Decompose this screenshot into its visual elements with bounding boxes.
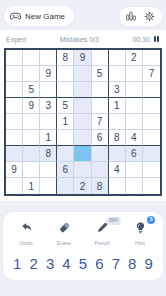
cell-r2c2[interactable] [23, 66, 40, 82]
numpad: 123456789 [7, 255, 159, 273]
numpad-4[interactable]: 4 [60, 255, 74, 273]
cell-r2c5[interactable] [74, 66, 91, 82]
hint-count-badge: 3 [147, 216, 155, 224]
cell-r7c3[interactable]: 8 [40, 146, 57, 162]
cell-r6c1[interactable] [6, 130, 23, 146]
cell-r3c9[interactable] [143, 82, 160, 98]
cell-r9c2[interactable]: 1 [23, 178, 40, 194]
cell-r4c3[interactable]: 3 [40, 98, 57, 114]
sudoku-board: 89295753935117168486964128 [4, 48, 162, 196]
lightbulb-icon [134, 220, 147, 238]
cell-r9c5[interactable]: 2 [74, 178, 91, 194]
gear-icon [144, 11, 155, 22]
cell-r9c7[interactable] [109, 178, 126, 194]
cell-r1c6[interactable] [92, 50, 109, 66]
hint-button[interactable]: 3 Hint [125, 220, 155, 246]
cell-r6c4[interactable] [57, 130, 74, 146]
bottom-panel: Undo Erase OFF [3, 212, 163, 280]
cell-r9c4[interactable] [57, 178, 74, 194]
cell-r3c5[interactable] [74, 82, 91, 98]
cell-r9c6[interactable]: 8 [92, 178, 109, 194]
cell-r8c2[interactable] [23, 162, 40, 178]
cell-r7c9[interactable] [143, 146, 160, 162]
cell-r2c3[interactable]: 9 [40, 66, 57, 82]
new-game-label: New Game [25, 12, 65, 21]
cell-r5c5[interactable] [74, 114, 91, 130]
cell-r4c2[interactable]: 9 [23, 98, 40, 114]
cell-r7c8[interactable]: 6 [126, 146, 143, 162]
top-right-actions [119, 7, 162, 26]
cell-r1c2[interactable] [23, 50, 40, 66]
cell-r6c9[interactable] [143, 130, 160, 146]
cell-r6c7[interactable]: 8 [109, 130, 126, 146]
numpad-9[interactable]: 9 [142, 255, 156, 273]
cell-r5c4[interactable]: 1 [57, 114, 74, 130]
cell-r4c8[interactable] [126, 98, 143, 114]
cell-r6c3[interactable]: 1 [40, 130, 57, 146]
numpad-1[interactable]: 1 [10, 255, 24, 273]
top-bar: New Game [0, 0, 166, 30]
cell-r5c1[interactable] [6, 114, 23, 130]
numpad-5[interactable]: 5 [76, 255, 90, 273]
cell-r2c8[interactable] [126, 66, 143, 82]
cell-r6c8[interactable]: 4 [126, 130, 143, 146]
numpad-2[interactable]: 2 [27, 255, 41, 273]
cell-r7c1[interactable] [6, 146, 23, 162]
cell-r3c4[interactable] [57, 82, 74, 98]
sudoku-app: New Game Expert Mistakes 0/3 [0, 0, 166, 280]
cell-r4c4[interactable]: 5 [57, 98, 74, 114]
cell-r6c2[interactable] [23, 130, 40, 146]
cell-r1c4[interactable]: 8 [57, 50, 74, 66]
cell-r2c1[interactable] [6, 66, 23, 82]
cell-r7c2[interactable] [23, 146, 40, 162]
gamepad-icon [10, 12, 21, 20]
status-row: Expert Mistakes 0/3 00:30 [0, 34, 166, 48]
cell-r5c2[interactable] [23, 114, 40, 130]
pencil-label: Pencil [95, 240, 110, 246]
undo-button[interactable]: Undo [11, 220, 41, 246]
cell-r7c5[interactable] [74, 146, 91, 162]
cell-r8c9[interactable] [143, 162, 160, 178]
cell-r8c4[interactable]: 6 [57, 162, 74, 178]
cell-r1c1[interactable] [6, 50, 23, 66]
numpad-7[interactable]: 7 [109, 255, 123, 273]
cell-r9c8[interactable] [126, 178, 143, 194]
cell-r3c6[interactable] [92, 82, 109, 98]
pencil-button[interactable]: OFF Pencil [87, 220, 117, 246]
undo-label: Undo [19, 240, 32, 246]
cell-r7c7[interactable] [109, 146, 126, 162]
cell-r6c5[interactable] [74, 130, 91, 146]
pause-icon [154, 36, 156, 42]
cell-r1c3[interactable] [40, 50, 57, 66]
pause-button[interactable] [153, 35, 160, 43]
cell-r7c4[interactable] [57, 146, 74, 162]
numpad-6[interactable]: 6 [92, 255, 106, 273]
undo-icon [20, 220, 33, 238]
timer: 00:30 [132, 36, 150, 43]
cell-r3c7[interactable]: 3 [109, 82, 126, 98]
cell-r4c1[interactable] [6, 98, 23, 114]
cell-r5c3[interactable] [40, 114, 57, 130]
cell-r6c6[interactable]: 6 [92, 130, 109, 146]
cell-r3c3[interactable] [40, 82, 57, 98]
cell-r3c2[interactable]: 5 [23, 82, 40, 98]
mistakes-counter: Mistakes 0/3 [60, 36, 99, 43]
cell-r4c9[interactable] [143, 98, 160, 114]
cell-r8c7[interactable]: 4 [109, 162, 126, 178]
settings-button[interactable] [144, 11, 155, 22]
cell-r9c3[interactable] [40, 178, 57, 194]
cell-r8c5[interactable] [74, 162, 91, 178]
pencil-off-badge: OFF [106, 217, 121, 225]
cell-r1c8[interactable]: 2 [126, 50, 143, 66]
cell-r8c8[interactable] [126, 162, 143, 178]
cell-r2c6[interactable]: 5 [92, 66, 109, 82]
cell-r5c6[interactable]: 7 [92, 114, 109, 130]
cell-r5c8[interactable] [126, 114, 143, 130]
cell-r4c7[interactable]: 1 [109, 98, 126, 114]
cell-r8c6[interactable] [92, 162, 109, 178]
cell-r9c9[interactable] [143, 178, 160, 194]
numpad-3[interactable]: 3 [43, 255, 57, 273]
cell-r4c6[interactable] [92, 98, 109, 114]
cell-r5c7[interactable] [109, 114, 126, 130]
new-game-button[interactable]: New Game [4, 6, 74, 26]
erase-label: Erase [57, 240, 71, 246]
cell-r8c3[interactable] [40, 162, 57, 178]
cell-r1c7[interactable] [109, 50, 126, 66]
hint-label: Hint [135, 240, 145, 246]
erase-button[interactable]: Erase [49, 220, 79, 246]
toolbar: Undo Erase OFF [7, 220, 159, 246]
cell-r3c1[interactable] [6, 82, 23, 98]
cell-r1c9[interactable] [143, 50, 160, 66]
difficulty-label: Expert [6, 36, 26, 43]
cell-r3c8[interactable] [126, 82, 143, 98]
stats-button[interactable] [126, 11, 136, 21]
cell-r2c9[interactable]: 7 [143, 66, 160, 82]
cell-r2c4[interactable] [57, 66, 74, 82]
cell-r5c9[interactable] [143, 114, 160, 130]
cell-r4c5[interactable] [74, 98, 91, 114]
numpad-8[interactable]: 8 [125, 255, 139, 273]
cell-r2c7[interactable] [109, 66, 126, 82]
cell-r8c1[interactable]: 9 [6, 162, 23, 178]
cell-r9c1[interactable] [6, 178, 23, 194]
eraser-icon [58, 220, 71, 238]
cell-r1c5[interactable]: 9 [74, 50, 91, 66]
bar-chart-icon [126, 11, 136, 21]
cell-r7c6[interactable] [92, 146, 109, 162]
main-panel: Expert Mistakes 0/3 00:30 89295753935117… [0, 30, 166, 201]
